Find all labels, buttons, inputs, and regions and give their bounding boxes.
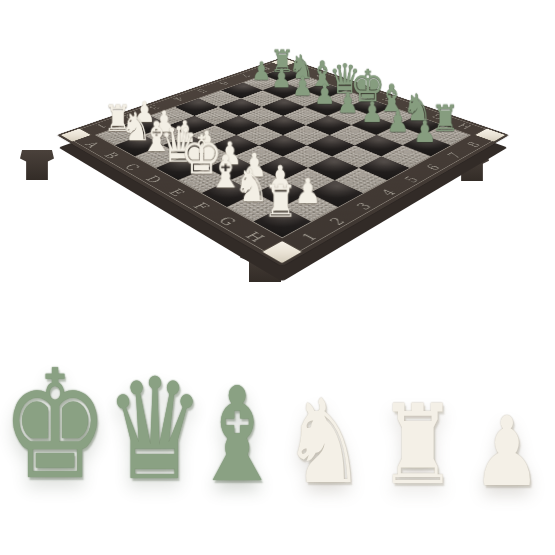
display-pieces-row: ♚♛♝♞♜♟ (0, 325, 555, 555)
square-c2: ♟ (163, 135, 211, 156)
board-foot (20, 150, 54, 180)
board-field: ♜♞♝♛♚♝♞♜♟♟♟♟♟♟♟♟♟♟♟♟♟♟♟♟♜♞♝♛♚♝♞♜ (95, 68, 471, 238)
display-green-bishop: ♝ (190, 370, 283, 500)
chess-board: ABCDEFGH ABCDEFGH 87654321 87654321 ♜♞♝♛… (57, 57, 510, 266)
product-photo: ABCDEFGH ABCDEFGH 87654321 87654321 ♜♞♝♛… (0, 0, 555, 555)
display-white-knight: ♞ (282, 384, 365, 500)
display-white-rook: ♜ (379, 390, 458, 500)
display-white-pawn: ♟ (473, 404, 542, 500)
white-pawn: ♟ (185, 126, 228, 157)
display-green-king: ♚ (1, 350, 109, 500)
